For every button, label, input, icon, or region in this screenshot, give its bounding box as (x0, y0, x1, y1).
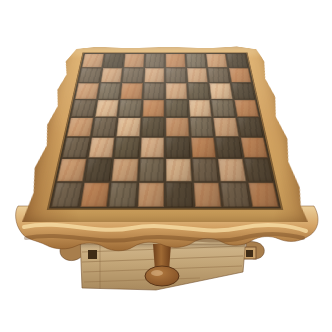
board-square (209, 83, 232, 99)
board-square (237, 118, 263, 136)
board-square (51, 182, 82, 207)
board-square (80, 182, 109, 207)
board-square (92, 118, 117, 136)
board-square (206, 54, 227, 67)
board-square (234, 100, 259, 117)
board-square (187, 68, 208, 82)
board-square (140, 137, 164, 157)
board-square (120, 83, 142, 99)
board-square (114, 137, 139, 157)
board-square (79, 68, 102, 82)
chess-board (49, 53, 281, 208)
board-square (229, 68, 252, 82)
board-square (98, 83, 121, 99)
board-square (186, 54, 206, 67)
board-square (75, 83, 99, 99)
board-square (109, 182, 137, 207)
board-square (188, 83, 210, 99)
board-square (82, 54, 104, 67)
board-square (71, 100, 96, 117)
board-square (166, 137, 190, 157)
board-square (122, 68, 143, 82)
board-square (215, 137, 241, 157)
board-square (192, 159, 219, 181)
board-square (213, 118, 238, 136)
board-square (100, 68, 122, 82)
board-square (111, 159, 138, 181)
board-square (118, 100, 141, 117)
board-square (166, 54, 186, 67)
board-square (57, 159, 86, 181)
board-square (143, 83, 164, 99)
board-square (103, 54, 124, 67)
board-square (166, 83, 187, 99)
board-square (208, 68, 230, 82)
board-square (116, 118, 140, 136)
board-square (88, 137, 114, 157)
board-square (226, 54, 248, 67)
board-square (231, 83, 255, 99)
board-square (193, 182, 221, 207)
board-square (166, 182, 193, 207)
board-square (166, 68, 186, 82)
board-square (166, 159, 191, 181)
board-square (190, 118, 214, 136)
board-square (218, 159, 246, 181)
board-square (144, 68, 164, 82)
board-square (221, 182, 250, 207)
board-square (124, 54, 144, 67)
board-square (137, 182, 164, 207)
board-square (142, 100, 164, 117)
board-square (191, 137, 216, 157)
board-square (67, 118, 93, 136)
board-square (95, 100, 119, 117)
board-square (141, 118, 164, 136)
board-square (145, 54, 165, 67)
board-square (84, 159, 112, 181)
board-square (244, 159, 273, 181)
board-square (248, 182, 279, 207)
board-square (166, 100, 188, 117)
chess-table (0, 0, 332, 332)
board-square (211, 100, 235, 117)
board-square (240, 137, 268, 157)
board-square (139, 159, 164, 181)
chess-table-photo (0, 0, 332, 332)
board-square (189, 100, 212, 117)
board-square (166, 118, 189, 136)
board-square (62, 137, 90, 157)
